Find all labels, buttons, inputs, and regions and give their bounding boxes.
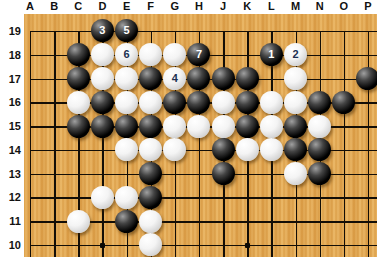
black-stone-E19: 5 — [115, 19, 138, 42]
coord-letter-G: G — [163, 0, 187, 13]
coord-letter-F: F — [139, 0, 163, 13]
coord-letter-N: N — [308, 0, 332, 13]
board-point-L11[interactable] — [259, 209, 283, 233]
board-point-L19[interactable] — [259, 19, 283, 43]
board-point-G17[interactable]: 4 — [163, 67, 187, 91]
board-point-J14[interactable] — [211, 138, 235, 162]
board-point-K18[interactable] — [235, 43, 259, 67]
board-point-E18[interactable]: 6 — [114, 43, 138, 67]
white-stone-G18 — [163, 43, 186, 66]
board-point-O18[interactable] — [332, 43, 356, 67]
move-number-label: 1 — [268, 49, 274, 60]
board-point-E19[interactable]: 5 — [114, 19, 138, 43]
board-point-K16[interactable] — [235, 90, 259, 114]
board-point-G16[interactable] — [163, 90, 187, 114]
board-point-D12[interactable] — [90, 185, 114, 209]
board-point-K10[interactable] — [235, 233, 259, 257]
white-stone-C16 — [67, 91, 90, 114]
board-point-D19[interactable]: 3 — [90, 19, 114, 43]
board-point-P13[interactable] — [356, 162, 377, 186]
board-points-grid: 3567124 — [18, 19, 377, 257]
board-point-A11[interactable] — [18, 209, 42, 233]
black-stone-C17 — [67, 67, 90, 90]
board-point-P17[interactable] — [356, 67, 377, 91]
board-point-B15[interactable] — [42, 114, 66, 138]
white-stone-E18: 6 — [115, 43, 138, 66]
board-point-O11[interactable] — [332, 209, 356, 233]
black-stone-L18: 1 — [260, 43, 283, 66]
board-point-C10[interactable] — [66, 233, 90, 257]
black-stone-G16 — [163, 91, 186, 114]
white-stone-G17: 4 — [163, 67, 186, 90]
coord-letter-C: C — [66, 0, 90, 13]
board-point-A10[interactable] — [18, 233, 42, 257]
board-point-C17[interactable] — [66, 67, 90, 91]
coord-letter-K: K — [235, 0, 259, 13]
board-point-P10[interactable] — [356, 233, 377, 257]
move-number-label: 7 — [196, 49, 202, 60]
board-point-C19[interactable] — [66, 19, 90, 43]
board-point-L15[interactable] — [259, 114, 283, 138]
board-point-M11[interactable] — [283, 209, 307, 233]
board-point-A13[interactable] — [18, 162, 42, 186]
board-point-D17[interactable] — [90, 67, 114, 91]
black-stone-C18 — [67, 43, 90, 66]
board-point-F11[interactable] — [139, 209, 163, 233]
board-point-E10[interactable] — [114, 233, 138, 257]
white-stone-G14 — [163, 138, 186, 161]
white-stone-D17 — [91, 67, 114, 90]
black-stone-O16 — [332, 91, 355, 114]
board-point-O14[interactable] — [332, 138, 356, 162]
coord-letter-L: L — [259, 0, 283, 13]
board-point-G13[interactable] — [163, 162, 187, 186]
board-point-M19[interactable] — [283, 19, 307, 43]
black-stone-D19: 3 — [91, 19, 114, 42]
board-point-G12[interactable] — [163, 185, 187, 209]
black-stone-H17 — [187, 67, 210, 90]
board-point-E13[interactable] — [114, 162, 138, 186]
white-stone-E17 — [115, 67, 138, 90]
white-stone-M13 — [284, 162, 307, 185]
black-stone-F15 — [139, 115, 162, 138]
board-point-O15[interactable] — [332, 114, 356, 138]
board-point-O16[interactable] — [332, 90, 356, 114]
coord-letter-H: H — [187, 0, 211, 13]
board-point-O10[interactable] — [332, 233, 356, 257]
board-point-K15[interactable] — [235, 114, 259, 138]
coord-letter-P: P — [356, 0, 377, 13]
board-point-A19[interactable] — [18, 19, 42, 43]
board-point-C18[interactable] — [66, 43, 90, 67]
board-point-O19[interactable] — [332, 19, 356, 43]
black-stone-D15 — [91, 115, 114, 138]
board-point-A15[interactable] — [18, 114, 42, 138]
board-point-N12[interactable] — [308, 185, 332, 209]
white-stone-C11 — [67, 210, 90, 233]
white-stone-F11 — [139, 210, 162, 233]
board-point-M13[interactable] — [283, 162, 307, 186]
white-stone-D12 — [91, 186, 114, 209]
go-board-viewport: ABCDEFGHJKLMNOP 19181716151413121110 356… — [0, 0, 377, 257]
board-point-F17[interactable] — [139, 67, 163, 91]
board-point-E14[interactable] — [114, 138, 138, 162]
coord-letter-O: O — [332, 0, 356, 13]
board-point-J15[interactable] — [211, 114, 235, 138]
board-point-F16[interactable] — [139, 90, 163, 114]
white-stone-E12 — [115, 186, 138, 209]
board-point-P19[interactable] — [356, 19, 377, 43]
board-point-L16[interactable] — [259, 90, 283, 114]
board-point-E12[interactable] — [114, 185, 138, 209]
board-point-D10[interactable] — [90, 233, 114, 257]
board-point-E15[interactable] — [114, 114, 138, 138]
board-point-B14[interactable] — [42, 138, 66, 162]
board-point-M15[interactable] — [283, 114, 307, 138]
move-number-label: 3 — [99, 25, 105, 36]
board-point-C11[interactable] — [66, 209, 90, 233]
black-stone-N14 — [308, 138, 331, 161]
board-point-N16[interactable] — [308, 90, 332, 114]
coord-letter-A: A — [18, 0, 42, 13]
board-point-D16[interactable] — [90, 90, 114, 114]
board-point-D11[interactable] — [90, 209, 114, 233]
black-stone-M14 — [284, 138, 307, 161]
board-point-F19[interactable] — [139, 19, 163, 43]
board-point-H11[interactable] — [187, 209, 211, 233]
board-point-J19[interactable] — [211, 19, 235, 43]
black-stone-F13 — [139, 162, 162, 185]
black-stone-M15 — [284, 115, 307, 138]
coord-letter-B: B — [42, 0, 66, 13]
move-number-label: 6 — [123, 49, 129, 60]
board-point-P15[interactable] — [356, 114, 377, 138]
board-point-C12[interactable] — [66, 185, 90, 209]
board-point-L17[interactable] — [259, 67, 283, 91]
board-point-B10[interactable] — [42, 233, 66, 257]
black-stone-E11 — [115, 210, 138, 233]
white-stone-H15 — [187, 115, 210, 138]
white-stone-L15 — [260, 115, 283, 138]
white-stone-M18: 2 — [284, 43, 307, 66]
board-point-G11[interactable] — [163, 209, 187, 233]
black-stone-C15 — [67, 115, 90, 138]
white-stone-M17 — [284, 67, 307, 90]
board-point-C14[interactable] — [66, 138, 90, 162]
board-point-H12[interactable] — [187, 185, 211, 209]
white-stone-N15 — [308, 115, 331, 138]
black-stone-J13 — [212, 162, 235, 185]
black-stone-P17 — [356, 67, 377, 90]
board-point-G15[interactable] — [163, 114, 187, 138]
board-point-N15[interactable] — [308, 114, 332, 138]
board-point-O12[interactable] — [332, 185, 356, 209]
board-point-L13[interactable] — [259, 162, 283, 186]
white-stone-F16 — [139, 91, 162, 114]
board-point-H18[interactable]: 7 — [187, 43, 211, 67]
board-point-B12[interactable] — [42, 185, 66, 209]
board-point-M12[interactable] — [283, 185, 307, 209]
white-stone-M16 — [284, 91, 307, 114]
board-point-K17[interactable] — [235, 67, 259, 91]
black-stone-K17 — [236, 67, 259, 90]
board-point-B19[interactable] — [42, 19, 66, 43]
board-point-K14[interactable] — [235, 138, 259, 162]
board-point-N14[interactable] — [308, 138, 332, 162]
board-point-A16[interactable] — [18, 90, 42, 114]
board-point-N17[interactable] — [308, 67, 332, 91]
white-stone-J16 — [212, 91, 235, 114]
board-point-N13[interactable] — [308, 162, 332, 186]
board-point-L18[interactable]: 1 — [259, 43, 283, 67]
board-point-B11[interactable] — [42, 209, 66, 233]
board-point-L14[interactable] — [259, 138, 283, 162]
board-point-A17[interactable] — [18, 67, 42, 91]
board-point-A12[interactable] — [18, 185, 42, 209]
white-stone-E16 — [115, 91, 138, 114]
board-point-D14[interactable] — [90, 138, 114, 162]
board-point-B16[interactable] — [42, 90, 66, 114]
board-point-H19[interactable] — [187, 19, 211, 43]
board-point-F15[interactable] — [139, 114, 163, 138]
black-stone-E15 — [115, 115, 138, 138]
board-point-D15[interactable] — [90, 114, 114, 138]
board-point-H14[interactable] — [187, 138, 211, 162]
black-stone-K15 — [236, 115, 259, 138]
board-point-A18[interactable] — [18, 43, 42, 67]
board-point-J12[interactable] — [211, 185, 235, 209]
white-stone-D18 — [91, 43, 114, 66]
board-point-G14[interactable] — [163, 138, 187, 162]
board-point-H17[interactable] — [187, 67, 211, 91]
board-point-E11[interactable] — [114, 209, 138, 233]
board-point-M10[interactable] — [283, 233, 307, 257]
board-point-K12[interactable] — [235, 185, 259, 209]
board-point-C15[interactable] — [66, 114, 90, 138]
board-point-F12[interactable] — [139, 185, 163, 209]
board-point-K11[interactable] — [235, 209, 259, 233]
board-point-P18[interactable] — [356, 43, 377, 67]
board-point-N19[interactable] — [308, 19, 332, 43]
board-point-L10[interactable] — [259, 233, 283, 257]
board-point-B18[interactable] — [42, 43, 66, 67]
coord-letter-D: D — [90, 0, 114, 13]
board-point-F10[interactable] — [139, 233, 163, 257]
board-point-D13[interactable] — [90, 162, 114, 186]
black-stone-J14 — [212, 138, 235, 161]
board-point-O17[interactable] — [332, 67, 356, 91]
white-stone-L14 — [260, 138, 283, 161]
move-number-label: 5 — [123, 25, 129, 36]
board-point-N11[interactable] — [308, 209, 332, 233]
board-point-B13[interactable] — [42, 162, 66, 186]
black-stone-N13 — [308, 162, 331, 185]
white-stone-F14 — [139, 138, 162, 161]
white-stone-K14 — [236, 138, 259, 161]
move-number-label: 4 — [172, 73, 178, 84]
board-point-J16[interactable] — [211, 90, 235, 114]
board-point-O13[interactable] — [332, 162, 356, 186]
board-point-P11[interactable] — [356, 209, 377, 233]
white-stone-E14 — [115, 138, 138, 161]
board-point-G10[interactable] — [163, 233, 187, 257]
board-point-F14[interactable] — [139, 138, 163, 162]
board-point-K19[interactable] — [235, 19, 259, 43]
black-stone-J17 — [212, 67, 235, 90]
board-point-M16[interactable] — [283, 90, 307, 114]
board-point-J17[interactable] — [211, 67, 235, 91]
board-point-F13[interactable] — [139, 162, 163, 186]
board-point-G19[interactable] — [163, 19, 187, 43]
white-stone-F18 — [139, 43, 162, 66]
board-point-J13[interactable] — [211, 162, 235, 186]
board-point-D18[interactable] — [90, 43, 114, 67]
black-stone-D16 — [91, 91, 114, 114]
board-point-G18[interactable] — [163, 43, 187, 67]
board-point-E17[interactable] — [114, 67, 138, 91]
move-number-label: 2 — [292, 49, 298, 60]
black-stone-N16 — [308, 91, 331, 114]
board-point-E16[interactable] — [114, 90, 138, 114]
board-point-P14[interactable] — [356, 138, 377, 162]
board-point-N10[interactable] — [308, 233, 332, 257]
board-point-J10[interactable] — [211, 233, 235, 257]
black-stone-F17 — [139, 67, 162, 90]
board-point-P12[interactable] — [356, 185, 377, 209]
coord-letter-E: E — [115, 0, 139, 13]
board-point-B17[interactable] — [42, 67, 66, 91]
black-stone-K16 — [236, 91, 259, 114]
board-point-A14[interactable] — [18, 138, 42, 162]
board-point-P16[interactable] — [356, 90, 377, 114]
board-point-J18[interactable] — [211, 43, 235, 67]
board-point-J11[interactable] — [211, 209, 235, 233]
board-point-K13[interactable] — [235, 162, 259, 186]
black-stone-H16 — [187, 91, 210, 114]
board-point-M18[interactable]: 2 — [283, 43, 307, 67]
board-point-N18[interactable] — [308, 43, 332, 67]
black-stone-F12 — [139, 186, 162, 209]
board-point-H13[interactable] — [187, 162, 211, 186]
board-point-C13[interactable] — [66, 162, 90, 186]
white-stone-G15 — [163, 115, 186, 138]
board-point-H16[interactable] — [187, 90, 211, 114]
board-point-F18[interactable] — [139, 43, 163, 67]
board-point-M17[interactable] — [283, 67, 307, 91]
white-stone-J15 — [212, 115, 235, 138]
coord-letter-J: J — [211, 0, 235, 13]
board-point-H15[interactable] — [187, 114, 211, 138]
white-stone-F10 — [139, 233, 162, 256]
board-point-L12[interactable] — [259, 185, 283, 209]
board-point-C16[interactable] — [66, 90, 90, 114]
white-stone-L16 — [260, 91, 283, 114]
black-stone-H18: 7 — [187, 43, 210, 66]
coord-letter-M: M — [284, 0, 308, 13]
board-point-M14[interactable] — [283, 138, 307, 162]
board-point-H10[interactable] — [187, 233, 211, 257]
